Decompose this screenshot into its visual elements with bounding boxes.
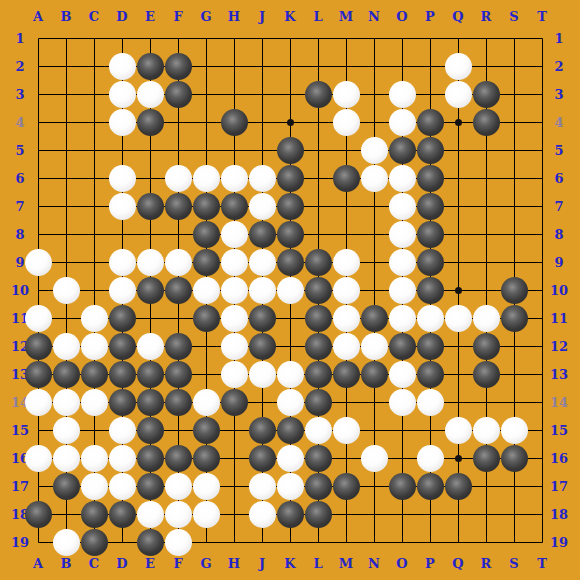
stone-black[interactable]	[137, 53, 164, 80]
col-label-top-E: E	[145, 10, 155, 23]
stone-white[interactable]	[417, 305, 444, 332]
row-label-right-18: 18	[550, 508, 568, 521]
stone-black[interactable]	[417, 249, 444, 276]
stone-black[interactable]	[277, 417, 304, 444]
star-point	[455, 455, 462, 462]
row-label-left-15: 15	[11, 424, 29, 437]
stone-black[interactable]	[249, 333, 276, 360]
col-label-top-Q: Q	[452, 10, 463, 23]
stone-black[interactable]	[165, 333, 192, 360]
stone-black[interactable]	[109, 501, 136, 528]
stone-white[interactable]	[53, 333, 80, 360]
stone-white[interactable]	[333, 81, 360, 108]
stone-black[interactable]	[165, 361, 192, 388]
stone-white[interactable]	[25, 305, 52, 332]
stone-black[interactable]	[305, 473, 332, 500]
stone-white[interactable]	[25, 389, 52, 416]
stone-white[interactable]	[473, 305, 500, 332]
stone-black[interactable]	[193, 249, 220, 276]
row-label-right-16: 16	[550, 452, 568, 465]
col-label-top-T: T	[537, 10, 547, 23]
stone-black[interactable]	[193, 445, 220, 472]
stone-black[interactable]	[277, 249, 304, 276]
stone-white[interactable]	[361, 445, 388, 472]
stone-white[interactable]	[165, 501, 192, 528]
stone-white[interactable]	[53, 529, 80, 556]
stone-white[interactable]	[109, 53, 136, 80]
stone-black[interactable]	[417, 165, 444, 192]
row-label-right-2: 2	[554, 60, 563, 73]
stone-white[interactable]	[193, 501, 220, 528]
stone-black[interactable]	[137, 417, 164, 444]
stone-white[interactable]	[445, 81, 472, 108]
stone-black[interactable]	[53, 361, 80, 388]
stone-white[interactable]	[277, 361, 304, 388]
stone-white[interactable]	[109, 81, 136, 108]
col-label-bottom-Q: Q	[452, 557, 463, 570]
stone-black[interactable]	[501, 445, 528, 472]
stone-white[interactable]	[361, 333, 388, 360]
stone-white[interactable]	[221, 277, 248, 304]
stone-white[interactable]	[137, 501, 164, 528]
stone-white[interactable]	[109, 165, 136, 192]
stone-white[interactable]	[417, 389, 444, 416]
col-label-bottom-R: R	[481, 557, 492, 570]
stone-black[interactable]	[417, 221, 444, 248]
stone-black[interactable]	[305, 501, 332, 528]
stone-black[interactable]	[137, 389, 164, 416]
stone-black[interactable]	[277, 137, 304, 164]
stone-black[interactable]	[137, 529, 164, 556]
col-label-bottom-O: O	[396, 557, 407, 570]
stone-white[interactable]	[81, 473, 108, 500]
col-label-bottom-S: S	[509, 557, 518, 570]
stone-black[interactable]	[193, 193, 220, 220]
stone-white[interactable]	[221, 305, 248, 332]
col-label-bottom-C: C	[89, 557, 99, 570]
row-label-right-3: 3	[554, 88, 563, 101]
stone-black[interactable]	[389, 333, 416, 360]
stone-black[interactable]	[473, 361, 500, 388]
stone-black[interactable]	[473, 81, 500, 108]
stone-white[interactable]	[165, 165, 192, 192]
stone-black[interactable]	[109, 333, 136, 360]
stone-black[interactable]	[249, 417, 276, 444]
stone-white[interactable]	[81, 445, 108, 472]
stone-white[interactable]	[165, 473, 192, 500]
stone-black[interactable]	[249, 221, 276, 248]
stone-white[interactable]	[305, 417, 332, 444]
stone-white[interactable]	[53, 389, 80, 416]
stone-black[interactable]	[305, 445, 332, 472]
stone-white[interactable]	[389, 165, 416, 192]
stone-black[interactable]	[501, 277, 528, 304]
stone-white[interactable]	[249, 193, 276, 220]
stone-black[interactable]	[361, 305, 388, 332]
stone-white[interactable]	[389, 109, 416, 136]
stone-white[interactable]	[25, 445, 52, 472]
stone-black[interactable]	[501, 305, 528, 332]
row-label-left-9: 9	[15, 256, 24, 269]
stone-black[interactable]	[361, 361, 388, 388]
stone-white[interactable]	[249, 165, 276, 192]
row-label-left-8: 8	[15, 228, 24, 241]
row-label-left-19: 19	[11, 536, 29, 549]
row-label-right-6: 6	[554, 172, 563, 185]
stone-black[interactable]	[473, 333, 500, 360]
stone-black[interactable]	[305, 249, 332, 276]
stone-black[interactable]	[333, 165, 360, 192]
stone-black[interactable]	[165, 389, 192, 416]
star-point	[455, 119, 462, 126]
row-label-right-5: 5	[554, 144, 563, 157]
stone-white[interactable]	[137, 333, 164, 360]
row-label-left-6: 6	[15, 172, 24, 185]
stone-black[interactable]	[417, 277, 444, 304]
stone-black[interactable]	[109, 361, 136, 388]
row-label-right-4: 4	[554, 116, 563, 129]
stone-black[interactable]	[305, 305, 332, 332]
row-label-left-10: 10	[11, 284, 29, 297]
stone-white[interactable]	[333, 109, 360, 136]
stone-black[interactable]	[249, 445, 276, 472]
row-label-right-11: 11	[550, 312, 568, 325]
stone-black[interactable]	[25, 333, 52, 360]
stone-white[interactable]	[109, 277, 136, 304]
stone-white[interactable]	[221, 249, 248, 276]
stone-white[interactable]	[445, 305, 472, 332]
row-label-right-12: 12	[550, 340, 568, 353]
stone-white[interactable]	[277, 445, 304, 472]
stone-black[interactable]	[165, 193, 192, 220]
stone-white[interactable]	[109, 109, 136, 136]
stone-white[interactable]	[193, 165, 220, 192]
stone-white[interactable]	[277, 473, 304, 500]
col-label-top-C: C	[89, 10, 99, 23]
stone-black[interactable]	[445, 473, 472, 500]
go-board[interactable]: AABBCCDDEEFFGGHHJJKKLLMMNNOOPPQQRRSSTT11…	[0, 0, 580, 580]
stone-black[interactable]	[81, 529, 108, 556]
stone-black[interactable]	[221, 389, 248, 416]
stone-black[interactable]	[137, 193, 164, 220]
stone-white[interactable]	[249, 501, 276, 528]
stone-black[interactable]	[109, 305, 136, 332]
stone-black[interactable]	[193, 305, 220, 332]
stone-white[interactable]	[389, 389, 416, 416]
col-label-top-B: B	[61, 10, 72, 23]
stone-white[interactable]	[389, 249, 416, 276]
stone-white[interactable]	[249, 277, 276, 304]
col-label-bottom-J: J	[259, 557, 265, 570]
col-label-bottom-N: N	[368, 557, 380, 570]
stone-black[interactable]	[53, 473, 80, 500]
stone-black[interactable]	[81, 361, 108, 388]
stone-black[interactable]	[389, 473, 416, 500]
stone-black[interactable]	[389, 137, 416, 164]
row-label-right-13: 13	[550, 368, 568, 381]
stone-black[interactable]	[277, 193, 304, 220]
stone-white[interactable]	[445, 53, 472, 80]
stone-white[interactable]	[193, 277, 220, 304]
row-label-right-14: 14	[550, 396, 568, 409]
stone-white[interactable]	[109, 473, 136, 500]
stone-white[interactable]	[137, 249, 164, 276]
stone-black[interactable]	[193, 417, 220, 444]
stone-white[interactable]	[277, 389, 304, 416]
col-label-bottom-F: F	[173, 557, 182, 570]
col-label-bottom-P: P	[425, 557, 435, 570]
col-label-top-S: S	[509, 10, 518, 23]
stone-white[interactable]	[81, 333, 108, 360]
stone-white[interactable]	[473, 417, 500, 444]
col-label-bottom-M: M	[339, 557, 353, 570]
stone-white[interactable]	[333, 249, 360, 276]
stone-white[interactable]	[221, 165, 248, 192]
stone-white[interactable]	[193, 389, 220, 416]
col-label-top-J: J	[259, 10, 265, 23]
stone-white[interactable]	[333, 305, 360, 332]
col-label-bottom-B: B	[61, 557, 72, 570]
col-label-bottom-H: H	[228, 557, 240, 570]
stone-black[interactable]	[137, 277, 164, 304]
stone-white[interactable]	[501, 417, 528, 444]
stone-black[interactable]	[109, 389, 136, 416]
stone-white[interactable]	[333, 417, 360, 444]
stone-white[interactable]	[249, 249, 276, 276]
stone-white[interactable]	[221, 361, 248, 388]
col-label-bottom-D: D	[116, 557, 127, 570]
row-label-left-7: 7	[15, 200, 24, 213]
row-label-right-7: 7	[554, 200, 563, 213]
stone-black[interactable]	[305, 333, 332, 360]
stone-black[interactable]	[473, 445, 500, 472]
col-label-bottom-L: L	[313, 557, 322, 570]
stone-white[interactable]	[389, 361, 416, 388]
stone-black[interactable]	[417, 109, 444, 136]
stone-black[interactable]	[305, 389, 332, 416]
stone-black[interactable]	[137, 361, 164, 388]
stone-white[interactable]	[165, 249, 192, 276]
col-label-top-G: G	[200, 10, 211, 23]
stone-white[interactable]	[417, 445, 444, 472]
stone-black[interactable]	[333, 361, 360, 388]
stone-black[interactable]	[305, 81, 332, 108]
row-label-right-10: 10	[550, 284, 568, 297]
col-label-bottom-G: G	[200, 557, 211, 570]
stone-white[interactable]	[193, 473, 220, 500]
col-label-top-A: A	[33, 10, 43, 23]
row-label-left-1: 1	[15, 32, 24, 45]
col-label-top-H: H	[228, 10, 240, 23]
stone-white[interactable]	[53, 277, 80, 304]
stone-black[interactable]	[193, 221, 220, 248]
stone-white[interactable]	[25, 249, 52, 276]
stone-black[interactable]	[165, 81, 192, 108]
stone-black[interactable]	[417, 473, 444, 500]
row-label-right-15: 15	[550, 424, 568, 437]
col-label-bottom-K: K	[284, 557, 295, 570]
stone-black[interactable]	[305, 361, 332, 388]
stone-white[interactable]	[389, 305, 416, 332]
col-label-top-N: N	[368, 10, 380, 23]
stone-black[interactable]	[417, 193, 444, 220]
col-label-bottom-A: A	[33, 557, 43, 570]
stone-white[interactable]	[389, 221, 416, 248]
stone-black[interactable]	[165, 445, 192, 472]
col-label-top-M: M	[339, 10, 353, 23]
col-label-top-R: R	[481, 10, 492, 23]
stone-black[interactable]	[417, 137, 444, 164]
stone-black[interactable]	[137, 445, 164, 472]
row-label-right-9: 9	[554, 256, 563, 269]
row-label-right-1: 1	[554, 32, 563, 45]
stone-black[interactable]	[417, 333, 444, 360]
stone-black[interactable]	[221, 193, 248, 220]
stone-white[interactable]	[389, 193, 416, 220]
row-label-left-17: 17	[11, 480, 29, 493]
stone-white[interactable]	[109, 249, 136, 276]
stone-white[interactable]	[109, 193, 136, 220]
stone-black[interactable]	[165, 277, 192, 304]
stone-black[interactable]	[417, 361, 444, 388]
stone-black[interactable]	[137, 473, 164, 500]
stone-white[interactable]	[389, 81, 416, 108]
col-label-top-O: O	[396, 10, 407, 23]
stone-white[interactable]	[361, 165, 388, 192]
stone-white[interactable]	[109, 417, 136, 444]
col-label-bottom-E: E	[145, 557, 155, 570]
stone-white[interactable]	[221, 221, 248, 248]
stone-black[interactable]	[165, 53, 192, 80]
stone-white[interactable]	[165, 529, 192, 556]
col-label-top-P: P	[425, 10, 435, 23]
stone-black[interactable]	[81, 501, 108, 528]
col-label-top-D: D	[116, 10, 127, 23]
stone-black[interactable]	[305, 277, 332, 304]
row-label-right-17: 17	[550, 480, 568, 493]
stone-white[interactable]	[137, 81, 164, 108]
row-label-left-2: 2	[15, 60, 24, 73]
stone-white[interactable]	[109, 445, 136, 472]
row-label-left-4: 4	[15, 116, 24, 129]
stone-white[interactable]	[277, 277, 304, 304]
stone-black[interactable]	[333, 473, 360, 500]
stone-white[interactable]	[333, 277, 360, 304]
row-label-right-19: 19	[550, 536, 568, 549]
stone-white[interactable]	[81, 389, 108, 416]
stone-black[interactable]	[25, 361, 52, 388]
stone-black[interactable]	[277, 501, 304, 528]
col-label-bottom-T: T	[537, 557, 547, 570]
stone-white[interactable]	[221, 333, 248, 360]
row-label-left-5: 5	[15, 144, 24, 157]
row-label-left-3: 3	[15, 88, 24, 101]
star-point	[287, 119, 294, 126]
star-point	[455, 287, 462, 294]
stone-black[interactable]	[277, 165, 304, 192]
stone-white[interactable]	[249, 361, 276, 388]
stone-white[interactable]	[333, 333, 360, 360]
stone-white[interactable]	[53, 445, 80, 472]
stone-white[interactable]	[81, 305, 108, 332]
stone-white[interactable]	[361, 137, 388, 164]
stone-white[interactable]	[249, 473, 276, 500]
stone-white[interactable]	[389, 277, 416, 304]
col-label-top-K: K	[284, 10, 295, 23]
stone-black[interactable]	[25, 501, 52, 528]
col-label-top-F: F	[173, 10, 182, 23]
stone-black[interactable]	[473, 109, 500, 136]
stone-black[interactable]	[277, 221, 304, 248]
stone-white[interactable]	[53, 417, 80, 444]
col-label-top-L: L	[313, 10, 322, 23]
row-label-right-8: 8	[554, 228, 563, 241]
stone-black[interactable]	[137, 109, 164, 136]
stone-black[interactable]	[221, 109, 248, 136]
stone-white[interactable]	[445, 417, 472, 444]
stone-black[interactable]	[249, 305, 276, 332]
